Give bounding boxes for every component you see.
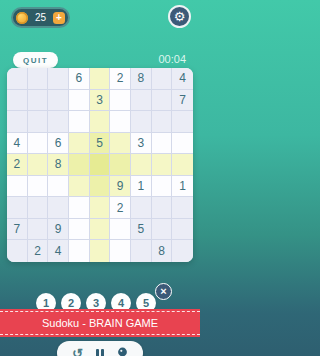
undo-button[interactable]: ↺	[72, 347, 83, 356]
sudoku-cell-r2c2[interactable]	[28, 90, 49, 112]
sudoku-cell-r6c8[interactable]	[152, 176, 173, 198]
sudoku-cell-r3c8[interactable]	[152, 111, 173, 133]
sudoku-cell-r2c3[interactable]	[48, 90, 69, 112]
sudoku-cell-r7c4[interactable]	[69, 197, 90, 219]
sudoku-cell-r7c9[interactable]	[172, 197, 193, 219]
sudoku-cell-r1c9[interactable]: 4	[172, 68, 193, 90]
sudoku-cell-r8c7[interactable]: 5	[131, 219, 152, 241]
sudoku-board[interactable]: 6284374653289112795248	[7, 68, 193, 262]
sudoku-cell-r9c1[interactable]	[7, 240, 28, 262]
sudoku-cell-r6c3[interactable]	[48, 176, 69, 198]
sudoku-cell-r8c8[interactable]	[152, 219, 173, 241]
sudoku-cell-r3c9[interactable]	[172, 111, 193, 133]
sudoku-cell-r3c2[interactable]	[28, 111, 49, 133]
sudoku-cell-r7c8[interactable]	[152, 197, 173, 219]
sudoku-cell-r6c4[interactable]	[69, 176, 90, 198]
add-coins-button[interactable]: +	[53, 12, 65, 24]
lightbulb-icon	[118, 347, 127, 356]
sudoku-cell-r5c1[interactable]: 2	[7, 154, 28, 176]
sudoku-cell-r2c4[interactable]	[69, 90, 90, 112]
sudoku-cell-r2c9[interactable]: 7	[172, 90, 193, 112]
sudoku-cell-r9c3[interactable]: 4	[48, 240, 69, 262]
sudoku-cell-r3c5[interactable]	[90, 111, 111, 133]
sudoku-cell-r5c8[interactable]	[152, 154, 173, 176]
sudoku-cell-r4c8[interactable]	[152, 133, 173, 155]
sudoku-cell-r7c7[interactable]	[131, 197, 152, 219]
sudoku-cell-r9c9[interactable]	[172, 240, 193, 262]
bottom-toolbar: ↺	[57, 341, 143, 356]
ad-banner[interactable]: Sudoku - BRAIN GAME	[0, 309, 200, 337]
timer: 00:04	[158, 53, 186, 65]
sudoku-cell-r6c7[interactable]: 1	[131, 176, 152, 198]
sudoku-cell-r5c9[interactable]	[172, 154, 193, 176]
sudoku-cell-r8c2[interactable]	[28, 219, 49, 241]
sudoku-cell-r5c3[interactable]: 8	[48, 154, 69, 176]
coin-icon	[16, 12, 28, 24]
sudoku-cell-r7c2[interactable]	[28, 197, 49, 219]
hint-button[interactable]	[117, 347, 128, 356]
sudoku-cell-r8c4[interactable]	[69, 219, 90, 241]
gear-icon: ⚙	[174, 10, 186, 23]
sudoku-cell-r1c1[interactable]	[7, 68, 28, 90]
sudoku-cell-r1c7[interactable]: 8	[131, 68, 152, 90]
sudoku-cell-r2c6[interactable]	[110, 90, 131, 112]
sudoku-cell-r1c4[interactable]: 6	[69, 68, 90, 90]
settings-button[interactable]: ⚙	[168, 5, 191, 28]
sudoku-cell-r4c9[interactable]	[172, 133, 193, 155]
quit-button[interactable]: QUIT	[13, 52, 58, 68]
sudoku-cell-r9c4[interactable]	[69, 240, 90, 262]
sudoku-cell-r7c5[interactable]	[90, 197, 111, 219]
close-icon: ×	[160, 286, 166, 297]
sudoku-cell-r9c2[interactable]: 2	[28, 240, 49, 262]
sudoku-cell-r3c6[interactable]	[110, 111, 131, 133]
sudoku-cell-r4c4[interactable]	[69, 133, 90, 155]
sudoku-cell-r9c6[interactable]	[110, 240, 131, 262]
sudoku-cell-r7c3[interactable]	[48, 197, 69, 219]
sudoku-cell-r2c7[interactable]	[131, 90, 152, 112]
sudoku-cell-r6c6[interactable]: 9	[110, 176, 131, 198]
sudoku-cell-r9c8[interactable]: 8	[152, 240, 173, 262]
sudoku-cell-r4c3[interactable]: 6	[48, 133, 69, 155]
sudoku-cell-r4c2[interactable]	[28, 133, 49, 155]
sudoku-cell-r1c6[interactable]: 2	[110, 68, 131, 90]
sudoku-cell-r4c1[interactable]: 4	[7, 133, 28, 155]
sudoku-cell-r6c5[interactable]	[90, 176, 111, 198]
sudoku-cell-r2c1[interactable]	[7, 90, 28, 112]
sudoku-cell-r8c5[interactable]	[90, 219, 111, 241]
sudoku-cell-r1c2[interactable]	[28, 68, 49, 90]
sudoku-cell-r3c1[interactable]	[7, 111, 28, 133]
sudoku-cell-r2c5[interactable]: 3	[90, 90, 111, 112]
sudoku-cell-r3c4[interactable]	[69, 111, 90, 133]
sudoku-cell-r3c3[interactable]	[48, 111, 69, 133]
sudoku-cell-r1c5[interactable]	[90, 68, 111, 90]
sudoku-cell-r5c2[interactable]	[28, 154, 49, 176]
coin-count: 25	[28, 13, 53, 23]
ad-close-button[interactable]: ×	[155, 283, 172, 300]
sudoku-cell-r6c1[interactable]	[7, 176, 28, 198]
sudoku-cell-r6c2[interactable]	[28, 176, 49, 198]
sudoku-cell-r7c6[interactable]: 2	[110, 197, 131, 219]
sudoku-cell-r5c4[interactable]	[69, 154, 90, 176]
sudoku-cell-r5c5[interactable]	[90, 154, 111, 176]
ad-banner-text: Sudoku - BRAIN GAME	[42, 317, 158, 329]
sudoku-cell-r3c7[interactable]	[131, 111, 152, 133]
sudoku-cell-r1c8[interactable]	[152, 68, 173, 90]
sudoku-cell-r8c9[interactable]	[172, 219, 193, 241]
sudoku-cell-r4c7[interactable]: 3	[131, 133, 152, 155]
sudoku-cell-r5c6[interactable]	[110, 154, 131, 176]
coin-chip: 25 +	[11, 7, 70, 28]
pause-button[interactable]	[96, 349, 104, 356]
sudoku-cell-r9c7[interactable]	[131, 240, 152, 262]
sudoku-cell-r8c1[interactable]: 7	[7, 219, 28, 241]
sudoku-cell-r1c3[interactable]	[48, 68, 69, 90]
sudoku-cell-r4c6[interactable]	[110, 133, 131, 155]
sudoku-cell-r2c8[interactable]	[152, 90, 173, 112]
sudoku-cell-r6c9[interactable]: 1	[172, 176, 193, 198]
sudoku-cell-r7c1[interactable]	[7, 197, 28, 219]
sudoku-cell-r4c5[interactable]: 5	[90, 133, 111, 155]
sudoku-cell-r5c7[interactable]	[131, 154, 152, 176]
pause-icon	[96, 349, 99, 356]
sudoku-cell-r9c5[interactable]	[90, 240, 111, 262]
sudoku-cell-r8c3[interactable]: 9	[48, 219, 69, 241]
sudoku-cell-r8c6[interactable]	[110, 219, 131, 241]
